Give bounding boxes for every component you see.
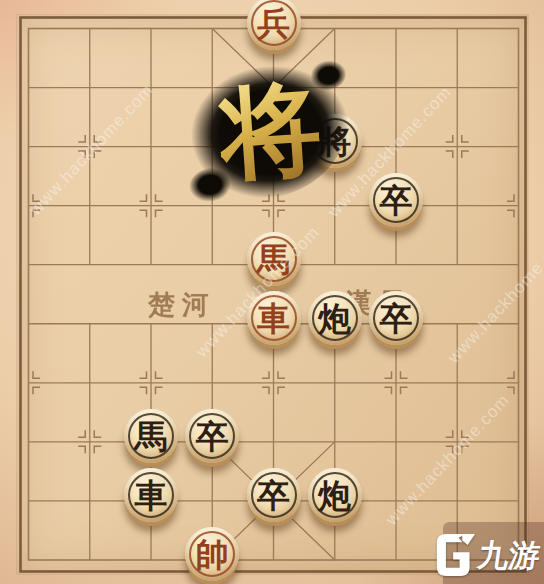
jiuyou-logo-text: 九游 [476,540,542,571]
piece-character: 卒 [380,184,413,217]
piece-character: 卒 [380,302,413,335]
piece-character: 馬 [257,243,290,276]
piece-red-馬-f4r4[interactable]: 馬 [247,232,301,286]
river-label-chuhe: 楚河 [148,287,216,323]
piece-black-卒-f6r3[interactable]: 卒 [369,173,423,227]
piece-character: 炮 [318,302,351,335]
piece-black-車-f2r8[interactable]: 車 [124,468,178,522]
piece-black-將-f5r2[interactable]: 將 [308,114,362,168]
piece-black-馬-f2r7[interactable]: 馬 [124,409,178,463]
piece-character: 卒 [196,420,229,453]
piece-character: 車 [135,479,168,512]
piece-character: 卒 [257,479,290,512]
piece-black-卒-f6r5[interactable]: 卒 [369,291,423,345]
jiuyou-logo: 九游 [435,532,540,578]
piece-character: 炮 [318,479,351,512]
piece-black-卒-f3r7[interactable]: 卒 [185,409,239,463]
piece-red-車-f4r5[interactable]: 車 [247,291,301,345]
piece-red-兵-f4r0[interactable]: 兵 [247,0,301,50]
piece-black-炮-f5r8[interactable]: 炮 [308,468,362,522]
piece-black-卒-f4r8[interactable]: 卒 [247,468,301,522]
piece-red-帥-f3r9[interactable]: 帥 [185,527,239,581]
jiuyou-g-icon [435,532,475,578]
piece-character: 車 [257,302,290,335]
piece-character: 馬 [135,420,168,453]
piece-character: 將 [318,125,351,158]
game-screenshot: 楚河 漢界 兵將卒馬車炮卒馬卒車卒炮帥 将 www.hackhome.com w… [0,0,544,584]
piece-character: 帥 [196,538,229,571]
piece-character: 兵 [257,7,290,40]
piece-black-炮-f5r5[interactable]: 炮 [308,291,362,345]
